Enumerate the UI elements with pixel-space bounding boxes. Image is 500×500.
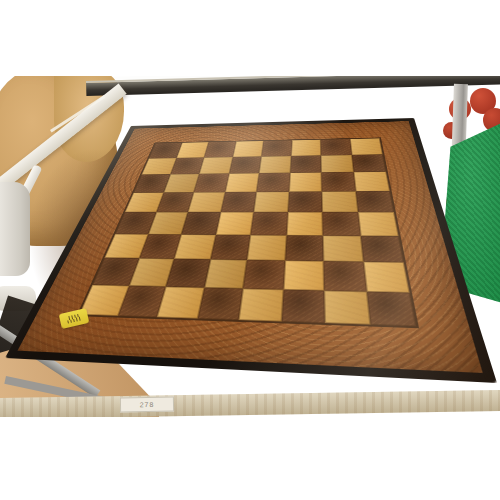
board-square[interactable]	[363, 262, 409, 293]
board-square[interactable]	[289, 172, 322, 191]
board-square[interactable]	[321, 155, 353, 173]
board-square[interactable]	[320, 139, 351, 155]
shelf-label: 278	[120, 397, 174, 413]
board-square[interactable]	[324, 290, 370, 324]
board-square[interactable]	[261, 140, 291, 156]
board-square[interactable]	[322, 212, 360, 235]
board-square[interactable]	[259, 156, 291, 173]
board-square[interactable]	[254, 191, 289, 212]
board-square[interactable]	[229, 156, 262, 173]
board-square[interactable]	[194, 174, 229, 193]
board-square[interactable]	[157, 286, 204, 318]
board-square[interactable]	[351, 154, 386, 172]
board-square[interactable]	[283, 261, 324, 291]
board-square[interactable]	[256, 173, 289, 192]
board-square[interactable]	[188, 192, 225, 212]
board-square[interactable]	[197, 287, 243, 320]
board-square[interactable]	[216, 212, 254, 235]
board-square[interactable]	[366, 291, 416, 326]
board-square[interactable]	[166, 259, 210, 287]
board-square[interactable]	[350, 138, 383, 154]
board-square[interactable]	[290, 155, 321, 173]
board-square[interactable]	[285, 235, 324, 261]
board-square[interactable]	[286, 212, 323, 235]
shelf-label-text: 278	[140, 401, 155, 408]
board-square[interactable]	[204, 259, 247, 288]
board-square[interactable]	[360, 236, 403, 263]
board-square[interactable]	[225, 173, 259, 192]
board-square[interactable]	[355, 191, 394, 212]
board-square[interactable]	[220, 192, 256, 212]
board-square[interactable]	[281, 289, 325, 323]
board-square[interactable]	[247, 235, 286, 261]
board-square[interactable]	[291, 140, 321, 156]
board-square[interactable]	[232, 141, 263, 157]
white-cylinder-object	[0, 182, 30, 276]
board-square[interactable]	[199, 157, 232, 174]
board-square[interactable]	[181, 212, 220, 234]
board-square[interactable]	[250, 212, 287, 235]
board-square[interactable]	[321, 172, 355, 191]
board-square[interactable]	[210, 234, 250, 259]
board-square[interactable]	[353, 172, 389, 191]
board-square[interactable]	[323, 261, 366, 291]
board-square[interactable]	[243, 260, 285, 289]
board-square[interactable]	[288, 191, 323, 212]
board-square[interactable]	[239, 288, 283, 321]
board-square[interactable]	[174, 234, 215, 259]
board-square[interactable]	[323, 235, 363, 261]
board-square[interactable]	[322, 191, 358, 212]
board-square[interactable]	[204, 141, 236, 157]
photo-stage: 278	[0, 0, 500, 500]
board-square[interactable]	[358, 212, 399, 236]
